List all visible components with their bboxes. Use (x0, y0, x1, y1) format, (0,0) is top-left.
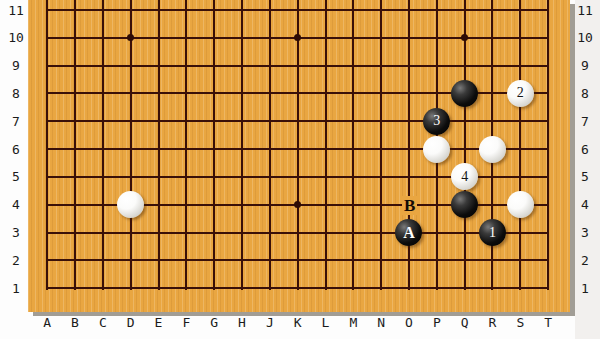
row-label-left: 9 (4, 59, 28, 72)
grid-line-vertical (213, 0, 215, 290)
column-label: E (149, 316, 169, 329)
grid-line-vertical (547, 0, 549, 290)
column-label: N (371, 316, 391, 329)
stone-white-R6[interactable] (479, 136, 506, 163)
row-label-right: 11 (573, 4, 597, 17)
row-label-left: 5 (4, 170, 28, 183)
row-label-right: 2 (573, 254, 597, 267)
row-label-right: 7 (573, 115, 597, 128)
grid-line-horizontal (46, 287, 549, 289)
grid-line-vertical (519, 0, 521, 290)
column-label: L (316, 316, 336, 329)
column-label: M (343, 316, 363, 329)
grid-line-horizontal (46, 232, 549, 234)
grid-line-vertical (325, 0, 327, 290)
grid-line-horizontal (46, 65, 549, 67)
stone-label: 1 (489, 226, 496, 240)
column-label: R (482, 316, 502, 329)
column-label: K (288, 316, 308, 329)
point-label-O4[interactable]: B (402, 196, 417, 215)
stone-label: A (403, 225, 415, 241)
grid-line-vertical (46, 0, 48, 290)
row-label-left: 6 (4, 143, 28, 156)
row-label-right: 1 (573, 282, 597, 295)
row-label-right: 3 (573, 226, 597, 239)
grid-line-horizontal (46, 9, 549, 11)
stone-white-S8[interactable]: 2 (507, 80, 534, 107)
grid-line-vertical (297, 0, 299, 290)
column-label: S (510, 316, 530, 329)
row-label-left: 3 (4, 226, 28, 239)
row-label-left: 1 (4, 282, 28, 295)
row-label-left: 10 (4, 31, 28, 44)
go-diagram-page: 11111010998877665544332211ABCDEFGHJKLMNO… (0, 0, 600, 339)
grid-line-vertical (352, 0, 354, 290)
column-label: D (121, 316, 141, 329)
row-label-left: 8 (4, 87, 28, 100)
column-label: O (399, 316, 419, 329)
stone-label: 3 (433, 114, 440, 128)
row-label-right: 6 (573, 143, 597, 156)
row-label-right: 5 (573, 170, 597, 183)
stone-white-S4[interactable] (507, 191, 534, 218)
row-label-right: 10 (573, 31, 597, 44)
grid-line-vertical (464, 0, 466, 290)
stone-black-R3[interactable]: 1 (479, 219, 506, 246)
stone-label: 4 (461, 170, 468, 184)
grid-line-vertical (408, 0, 410, 290)
stone-white-P6[interactable] (423, 136, 450, 163)
row-label-right: 4 (573, 198, 597, 211)
column-label: B (65, 316, 85, 329)
column-label: C (93, 316, 113, 329)
column-label: P (427, 316, 447, 329)
column-label: A (37, 316, 57, 329)
column-label: F (176, 316, 196, 329)
column-label: T (538, 316, 558, 329)
row-label-left: 11 (4, 4, 28, 17)
row-label-left: 4 (4, 198, 28, 211)
row-label-left: 7 (4, 115, 28, 128)
grid-line-vertical (380, 0, 382, 290)
grid-line-vertical (102, 0, 104, 290)
row-label-right: 9 (573, 59, 597, 72)
grid-line-horizontal (46, 259, 549, 261)
column-label: Q (455, 316, 475, 329)
grid-line-vertical (74, 0, 76, 290)
grid-line-vertical (158, 0, 160, 290)
column-label: G (204, 316, 224, 329)
grid-line-vertical (269, 0, 271, 290)
stone-black-Q8[interactable] (451, 80, 478, 107)
grid-line-horizontal (46, 148, 549, 150)
stone-black-P7[interactable]: 3 (423, 108, 450, 135)
grid-line-vertical (185, 0, 187, 290)
column-label: H (232, 316, 252, 329)
stone-label: 2 (517, 86, 524, 100)
column-label: J (260, 316, 280, 329)
row-label-left: 2 (4, 254, 28, 267)
grid-line-vertical (130, 0, 132, 290)
grid-line-vertical (241, 0, 243, 290)
grid-line-horizontal (46, 120, 549, 122)
row-label-right: 8 (573, 87, 597, 100)
